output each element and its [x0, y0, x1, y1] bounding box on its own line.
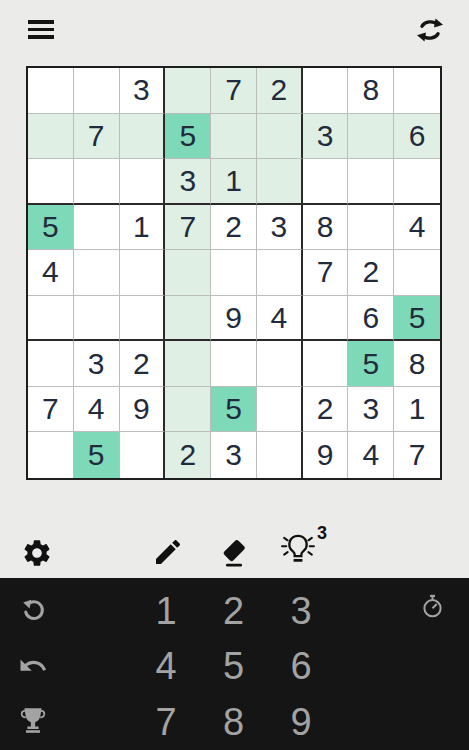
- cell-r9c6[interactable]: [257, 432, 303, 478]
- cell-r3c8[interactable]: [348, 159, 394, 205]
- cell-r4c7[interactable]: 8: [303, 205, 349, 251]
- cell-r6c8[interactable]: 6: [348, 296, 394, 342]
- cell-r7c2[interactable]: 3: [74, 341, 120, 387]
- cell-r1c1[interactable]: [28, 68, 74, 114]
- pencil-button[interactable]: [152, 536, 184, 568]
- cell-r6c2[interactable]: [74, 296, 120, 342]
- cell-r3c6[interactable]: [257, 159, 303, 205]
- cell-r3c7[interactable]: [303, 159, 349, 205]
- lightbulb-icon: [280, 528, 316, 570]
- cell-r6c1[interactable]: [28, 296, 74, 342]
- cell-r3c5[interactable]: 1: [211, 159, 257, 205]
- cell-r3c4[interactable]: 3: [165, 159, 211, 205]
- menu-button[interactable]: [28, 20, 56, 42]
- digit-4-button[interactable]: 4: [138, 642, 194, 692]
- cell-r1c7[interactable]: [303, 68, 349, 114]
- cell-r2c2[interactable]: 7: [74, 114, 120, 160]
- digit-7-button[interactable]: 7: [138, 697, 194, 747]
- cell-r1c2[interactable]: [74, 68, 120, 114]
- cell-r3c1[interactable]: [28, 159, 74, 205]
- hamburger-icon: [28, 20, 56, 39]
- digit-9-button[interactable]: 9: [273, 697, 329, 747]
- digit-6-button[interactable]: 6: [273, 642, 329, 692]
- cell-r8c3[interactable]: 9: [120, 387, 166, 433]
- cell-r4c9[interactable]: 4: [394, 205, 440, 251]
- cell-r7c7[interactable]: [303, 341, 349, 387]
- restart-icon: [19, 596, 47, 624]
- refresh-icon: [414, 14, 446, 46]
- cell-r8c5[interactable]: 5: [211, 387, 257, 433]
- cell-r2c1[interactable]: [28, 114, 74, 160]
- eraser-button[interactable]: [218, 537, 250, 569]
- cell-r7c5[interactable]: [211, 341, 257, 387]
- cell-r5c4[interactable]: [165, 250, 211, 296]
- cell-r4c5[interactable]: 2: [211, 205, 257, 251]
- number-pad: 123456789: [138, 586, 329, 747]
- cell-r5c8[interactable]: 2: [348, 250, 394, 296]
- cell-r1c5[interactable]: 7: [211, 68, 257, 114]
- cell-r5c6[interactable]: [257, 250, 303, 296]
- cell-r7c3[interactable]: 2: [120, 341, 166, 387]
- digit-3-button[interactable]: 3: [273, 586, 329, 636]
- hint-count-badge: 3: [317, 524, 327, 542]
- cell-r8c6[interactable]: [257, 387, 303, 433]
- digit-1-button[interactable]: 1: [138, 586, 194, 636]
- keypad-panel: 123456789: [0, 578, 469, 750]
- cell-r5c7[interactable]: 7: [303, 250, 349, 296]
- cell-r1c6[interactable]: 2: [257, 68, 303, 114]
- cell-r6c4[interactable]: [165, 296, 211, 342]
- cell-r3c3[interactable]: [120, 159, 166, 205]
- cell-r9c8[interactable]: 4: [348, 432, 394, 478]
- cell-r9c2[interactable]: 5: [74, 432, 120, 478]
- cell-r6c3[interactable]: [120, 296, 166, 342]
- cell-r2c9[interactable]: 6: [394, 114, 440, 160]
- cell-r8c7[interactable]: 2: [303, 387, 349, 433]
- digit-2-button[interactable]: 2: [206, 586, 262, 636]
- cell-r4c4[interactable]: 7: [165, 205, 211, 251]
- cell-r8c4[interactable]: [165, 387, 211, 433]
- eraser-icon: [218, 537, 250, 569]
- cell-r8c2[interactable]: 4: [74, 387, 120, 433]
- cell-r2c5[interactable]: [211, 114, 257, 160]
- digit-5-button[interactable]: 5: [206, 642, 262, 692]
- cell-r4c1[interactable]: 5: [28, 205, 74, 251]
- cell-r6c7[interactable]: [303, 296, 349, 342]
- digit-8-button[interactable]: 8: [206, 697, 262, 747]
- cell-r9c4[interactable]: 2: [165, 432, 211, 478]
- cell-r7c9[interactable]: 8: [394, 341, 440, 387]
- cell-r9c3[interactable]: [120, 432, 166, 478]
- cell-r4c3[interactable]: 1: [120, 205, 166, 251]
- cell-r1c4[interactable]: [165, 68, 211, 114]
- undo-icon: [18, 654, 48, 680]
- cell-r5c5[interactable]: [211, 250, 257, 296]
- restart-button[interactable]: [19, 596, 47, 624]
- cell-r9c9[interactable]: 7: [394, 432, 440, 478]
- cell-r5c9[interactable]: [394, 250, 440, 296]
- cell-r6c5[interactable]: 9: [211, 296, 257, 342]
- cell-r5c2[interactable]: [74, 250, 120, 296]
- cell-r3c2[interactable]: [74, 159, 120, 205]
- cell-r4c8[interactable]: [348, 205, 394, 251]
- cell-r7c4[interactable]: [165, 341, 211, 387]
- sudoku-board: 3728753631517238447294653258749523152394…: [26, 66, 442, 480]
- cell-r7c6[interactable]: [257, 341, 303, 387]
- cell-r2c8[interactable]: [348, 114, 394, 160]
- cell-r7c1[interactable]: [28, 341, 74, 387]
- cell-r9c1[interactable]: [28, 432, 74, 478]
- cell-r8c1[interactable]: 7: [28, 387, 74, 433]
- cell-r3c9[interactable]: [394, 159, 440, 205]
- undo-button[interactable]: [18, 654, 48, 680]
- trophy-button[interactable]: [20, 706, 46, 734]
- cell-r2c4[interactable]: 5: [165, 114, 211, 160]
- cell-r9c5[interactable]: 3: [211, 432, 257, 478]
- cell-r2c3[interactable]: [120, 114, 166, 160]
- cell-r8c8[interactable]: 3: [348, 387, 394, 433]
- cell-r6c6[interactable]: 4: [257, 296, 303, 342]
- hint-button[interactable]: 3: [280, 528, 334, 572]
- cell-r5c3[interactable]: [120, 250, 166, 296]
- cell-r1c3[interactable]: 3: [120, 68, 166, 114]
- cell-r7c8[interactable]: 5: [348, 341, 394, 387]
- cell-r2c6[interactable]: [257, 114, 303, 160]
- stopwatch-icon[interactable]: [419, 593, 446, 620]
- cell-r5c1[interactable]: 4: [28, 250, 74, 296]
- cell-r9c7[interactable]: 9: [303, 432, 349, 478]
- cell-r4c6[interactable]: 3: [257, 205, 303, 251]
- cell-r8c9[interactable]: 1: [394, 387, 440, 433]
- trophy-icon: [20, 706, 46, 734]
- cell-r6c9[interactable]: 5: [394, 296, 440, 342]
- cell-r1c8[interactable]: 8: [348, 68, 394, 114]
- cell-r4c2[interactable]: [74, 205, 120, 251]
- settings-button[interactable]: [21, 537, 53, 569]
- cell-r1c9[interactable]: [394, 68, 440, 114]
- gear-icon: [21, 537, 53, 569]
- cell-r2c7[interactable]: 3: [303, 114, 349, 160]
- pencil-icon: [152, 536, 184, 568]
- refresh-button[interactable]: [414, 14, 446, 46]
